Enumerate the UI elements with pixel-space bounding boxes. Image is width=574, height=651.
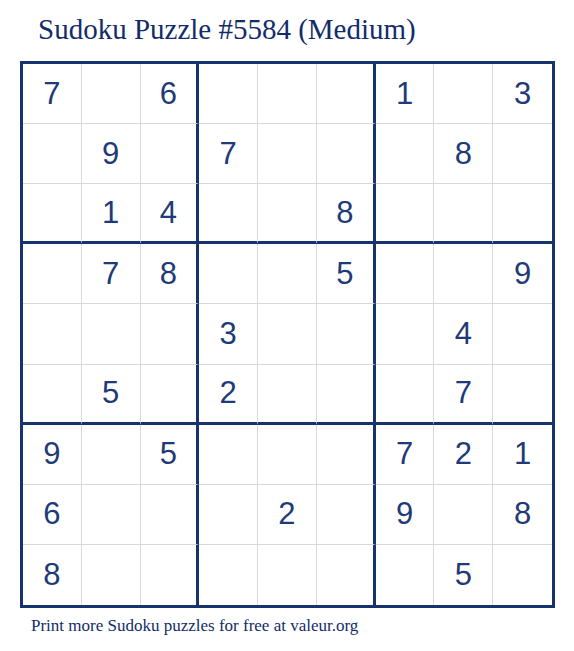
cell-r1c6 — [317, 64, 376, 124]
cell-r5c4: 3 — [199, 304, 258, 364]
cell-r7c4 — [199, 425, 258, 485]
cell-r9c3 — [141, 545, 200, 605]
cell-r6c2: 5 — [82, 365, 141, 425]
cell-r7c8: 2 — [434, 425, 493, 485]
cell-r2c4: 7 — [199, 124, 258, 184]
cell-r9c6 — [317, 545, 376, 605]
cell-r9c1: 8 — [23, 545, 82, 605]
cell-r2c3 — [141, 124, 200, 184]
cell-r9c7 — [376, 545, 435, 605]
cell-r4c9: 9 — [493, 244, 552, 304]
cell-r3c9 — [493, 184, 552, 244]
cell-r1c1: 7 — [23, 64, 82, 124]
cell-r4c1 — [23, 244, 82, 304]
cell-r4c7 — [376, 244, 435, 304]
cell-r1c4 — [199, 64, 258, 124]
cell-r8c1: 6 — [23, 485, 82, 545]
cell-r7c5 — [258, 425, 317, 485]
cell-r4c5 — [258, 244, 317, 304]
cell-r6c5 — [258, 365, 317, 425]
cell-r6c7 — [376, 365, 435, 425]
cell-r9c5 — [258, 545, 317, 605]
cell-r1c5 — [258, 64, 317, 124]
cell-r1c9: 3 — [493, 64, 552, 124]
cell-r5c7 — [376, 304, 435, 364]
cell-r6c3 — [141, 365, 200, 425]
cell-r7c3: 5 — [141, 425, 200, 485]
cell-r9c2 — [82, 545, 141, 605]
cell-r9c9 — [493, 545, 552, 605]
cell-r9c8: 5 — [434, 545, 493, 605]
cell-r1c7: 1 — [376, 64, 435, 124]
cell-r7c6 — [317, 425, 376, 485]
cell-r7c2 — [82, 425, 141, 485]
cell-r4c3: 8 — [141, 244, 200, 304]
cell-r8c9: 8 — [493, 485, 552, 545]
cell-r1c3: 6 — [141, 64, 200, 124]
cell-r6c6 — [317, 365, 376, 425]
cell-r7c1: 9 — [23, 425, 82, 485]
cell-r6c4: 2 — [199, 365, 258, 425]
cell-r3c8 — [434, 184, 493, 244]
cell-r4c8 — [434, 244, 493, 304]
footer-text: Print more Sudoku puzzles for free at va… — [31, 616, 358, 636]
cell-r5c9 — [493, 304, 552, 364]
cell-r6c8: 7 — [434, 365, 493, 425]
cell-r1c8 — [434, 64, 493, 124]
cell-r8c4 — [199, 485, 258, 545]
cell-r8c3 — [141, 485, 200, 545]
cell-r2c7 — [376, 124, 435, 184]
cell-r2c6 — [317, 124, 376, 184]
cell-r2c8: 8 — [434, 124, 493, 184]
cell-r4c2: 7 — [82, 244, 141, 304]
cell-r6c9 — [493, 365, 552, 425]
cell-r3c5 — [258, 184, 317, 244]
sudoku-board: 761397814878593452795721629885 — [20, 61, 555, 608]
page-title: Sudoku Puzzle #5584 (Medium) — [38, 13, 416, 46]
cell-r6c1 — [23, 365, 82, 425]
cell-r5c8: 4 — [434, 304, 493, 364]
cell-r5c3 — [141, 304, 200, 364]
cell-r8c2 — [82, 485, 141, 545]
cell-r7c7: 7 — [376, 425, 435, 485]
cell-r3c1 — [23, 184, 82, 244]
cell-r2c9 — [493, 124, 552, 184]
cell-r1c2 — [82, 64, 141, 124]
cell-r3c7 — [376, 184, 435, 244]
cell-r8c6 — [317, 485, 376, 545]
cell-r3c3: 4 — [141, 184, 200, 244]
cell-r5c6 — [317, 304, 376, 364]
cell-r8c8 — [434, 485, 493, 545]
cell-r3c6: 8 — [317, 184, 376, 244]
cell-r8c5: 2 — [258, 485, 317, 545]
cell-r8c7: 9 — [376, 485, 435, 545]
cell-r4c6: 5 — [317, 244, 376, 304]
cell-r5c5 — [258, 304, 317, 364]
cell-r2c5 — [258, 124, 317, 184]
cell-r5c1 — [23, 304, 82, 364]
cell-r3c4 — [199, 184, 258, 244]
cell-r3c2: 1 — [82, 184, 141, 244]
cell-r9c4 — [199, 545, 258, 605]
cell-r2c1 — [23, 124, 82, 184]
cell-r7c9: 1 — [493, 425, 552, 485]
cell-r4c4 — [199, 244, 258, 304]
cell-r5c2 — [82, 304, 141, 364]
sudoku-page: Sudoku Puzzle #5584 (Medium) 76139781487… — [0, 0, 574, 651]
cell-r2c2: 9 — [82, 124, 141, 184]
